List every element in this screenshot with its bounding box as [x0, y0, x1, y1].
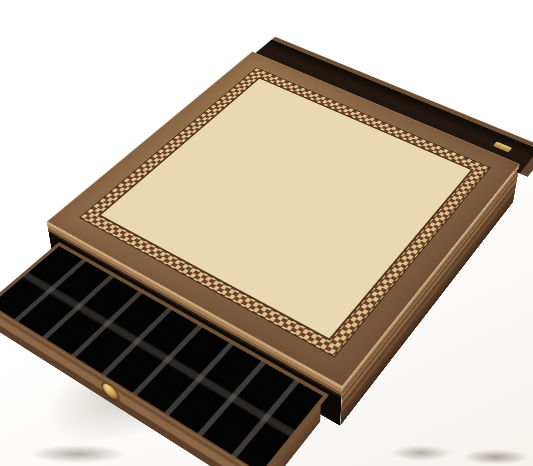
chess-box	[47, 51, 520, 386]
product-photo-stage	[0, 0, 533, 466]
checkers-stacks	[20, 396, 140, 460]
brass-hinge-icon	[493, 141, 512, 152]
